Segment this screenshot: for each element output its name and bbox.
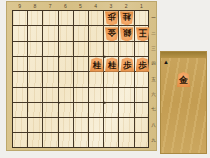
rank-label: 五 <box>150 77 157 82</box>
piece-kanji: 金 <box>179 76 188 85</box>
rank-labels: 一二三四五六七八九 <box>150 10 157 148</box>
shogi-diagram: 987654321 歩桂金銀王桂桂歩歩 一二三四五六七八九 ▲ 金 <box>0 0 210 158</box>
shogi-piece-pawn-sente[interactable]: 歩 <box>136 57 150 71</box>
piece-kanji: 桂 <box>123 13 132 22</box>
piece-kanji: 銀 <box>123 29 132 38</box>
square-3-2[interactable]: 金 <box>104 26 119 41</box>
shogi-piece-knight-sente[interactable]: 桂 <box>90 57 104 71</box>
file-label: 3 <box>103 2 118 10</box>
square-4-4[interactable]: 桂 <box>89 57 104 72</box>
shogi-board: 987654321 歩桂金銀王桂桂歩歩 一二三四五六七八九 <box>6 1 157 151</box>
shogi-piece-knight-sente[interactable]: 桂 <box>105 57 119 71</box>
file-label: 6 <box>58 2 73 10</box>
rank-label: 二 <box>150 31 157 36</box>
rank-label: 八 <box>150 123 157 128</box>
square-2-4[interactable]: 歩 <box>120 57 135 72</box>
shogi-piece-knight-gote[interactable]: 桂 <box>120 11 134 25</box>
sente-komadai: ▲ 金 <box>160 51 207 154</box>
file-label: 1 <box>134 2 149 10</box>
rank-label: 六 <box>150 92 157 97</box>
square-1-2[interactable]: 王 <box>135 26 150 41</box>
piece-kanji: 王 <box>138 29 147 38</box>
square-3-1[interactable]: 歩 <box>104 11 119 26</box>
shogi-piece-silver-gote[interactable]: 銀 <box>120 27 134 41</box>
file-labels: 987654321 <box>12 2 149 10</box>
square-3-4[interactable]: 桂 <box>104 57 119 72</box>
rank-label: 九 <box>150 138 157 143</box>
file-label: 5 <box>73 2 88 10</box>
piece-kanji: 金 <box>108 29 117 38</box>
rank-label: 一 <box>150 15 157 20</box>
square-1-4[interactable]: 歩 <box>135 57 150 72</box>
file-label: 4 <box>88 2 103 10</box>
piece-kanji: 歩 <box>108 13 117 22</box>
file-label: 8 <box>27 2 42 10</box>
shogi-piece-pawn-sente[interactable]: 歩 <box>120 57 134 71</box>
file-label: 7 <box>42 2 57 10</box>
shogi-piece-king-gote[interactable]: 王 <box>136 27 150 41</box>
piece-kanji: 歩 <box>138 61 147 70</box>
rank-label: 三 <box>150 46 157 51</box>
piece-kanji: 桂 <box>108 61 117 70</box>
board-grid[interactable]: 歩桂金銀王桂桂歩歩 <box>12 10 149 148</box>
piece-kanji: 歩 <box>123 61 132 70</box>
rank-label: 四 <box>150 61 157 66</box>
shogi-piece-gold-gote[interactable]: 金 <box>105 27 119 41</box>
file-label: 2 <box>119 2 134 10</box>
rank-label: 七 <box>150 107 157 112</box>
square-2-1[interactable]: 桂 <box>120 11 135 26</box>
piece-kanji: 桂 <box>92 61 101 70</box>
sente-hand-pieces: 金 <box>161 72 206 87</box>
shogi-piece-pawn-gote[interactable]: 歩 <box>105 11 119 25</box>
square-2-2[interactable]: 銀 <box>120 26 135 41</box>
file-label: 9 <box>12 2 27 10</box>
hand-piece-gold[interactable]: 金 <box>177 72 190 87</box>
komadai-top-band <box>161 52 206 58</box>
sente-marker-icon: ▲ <box>163 59 169 65</box>
